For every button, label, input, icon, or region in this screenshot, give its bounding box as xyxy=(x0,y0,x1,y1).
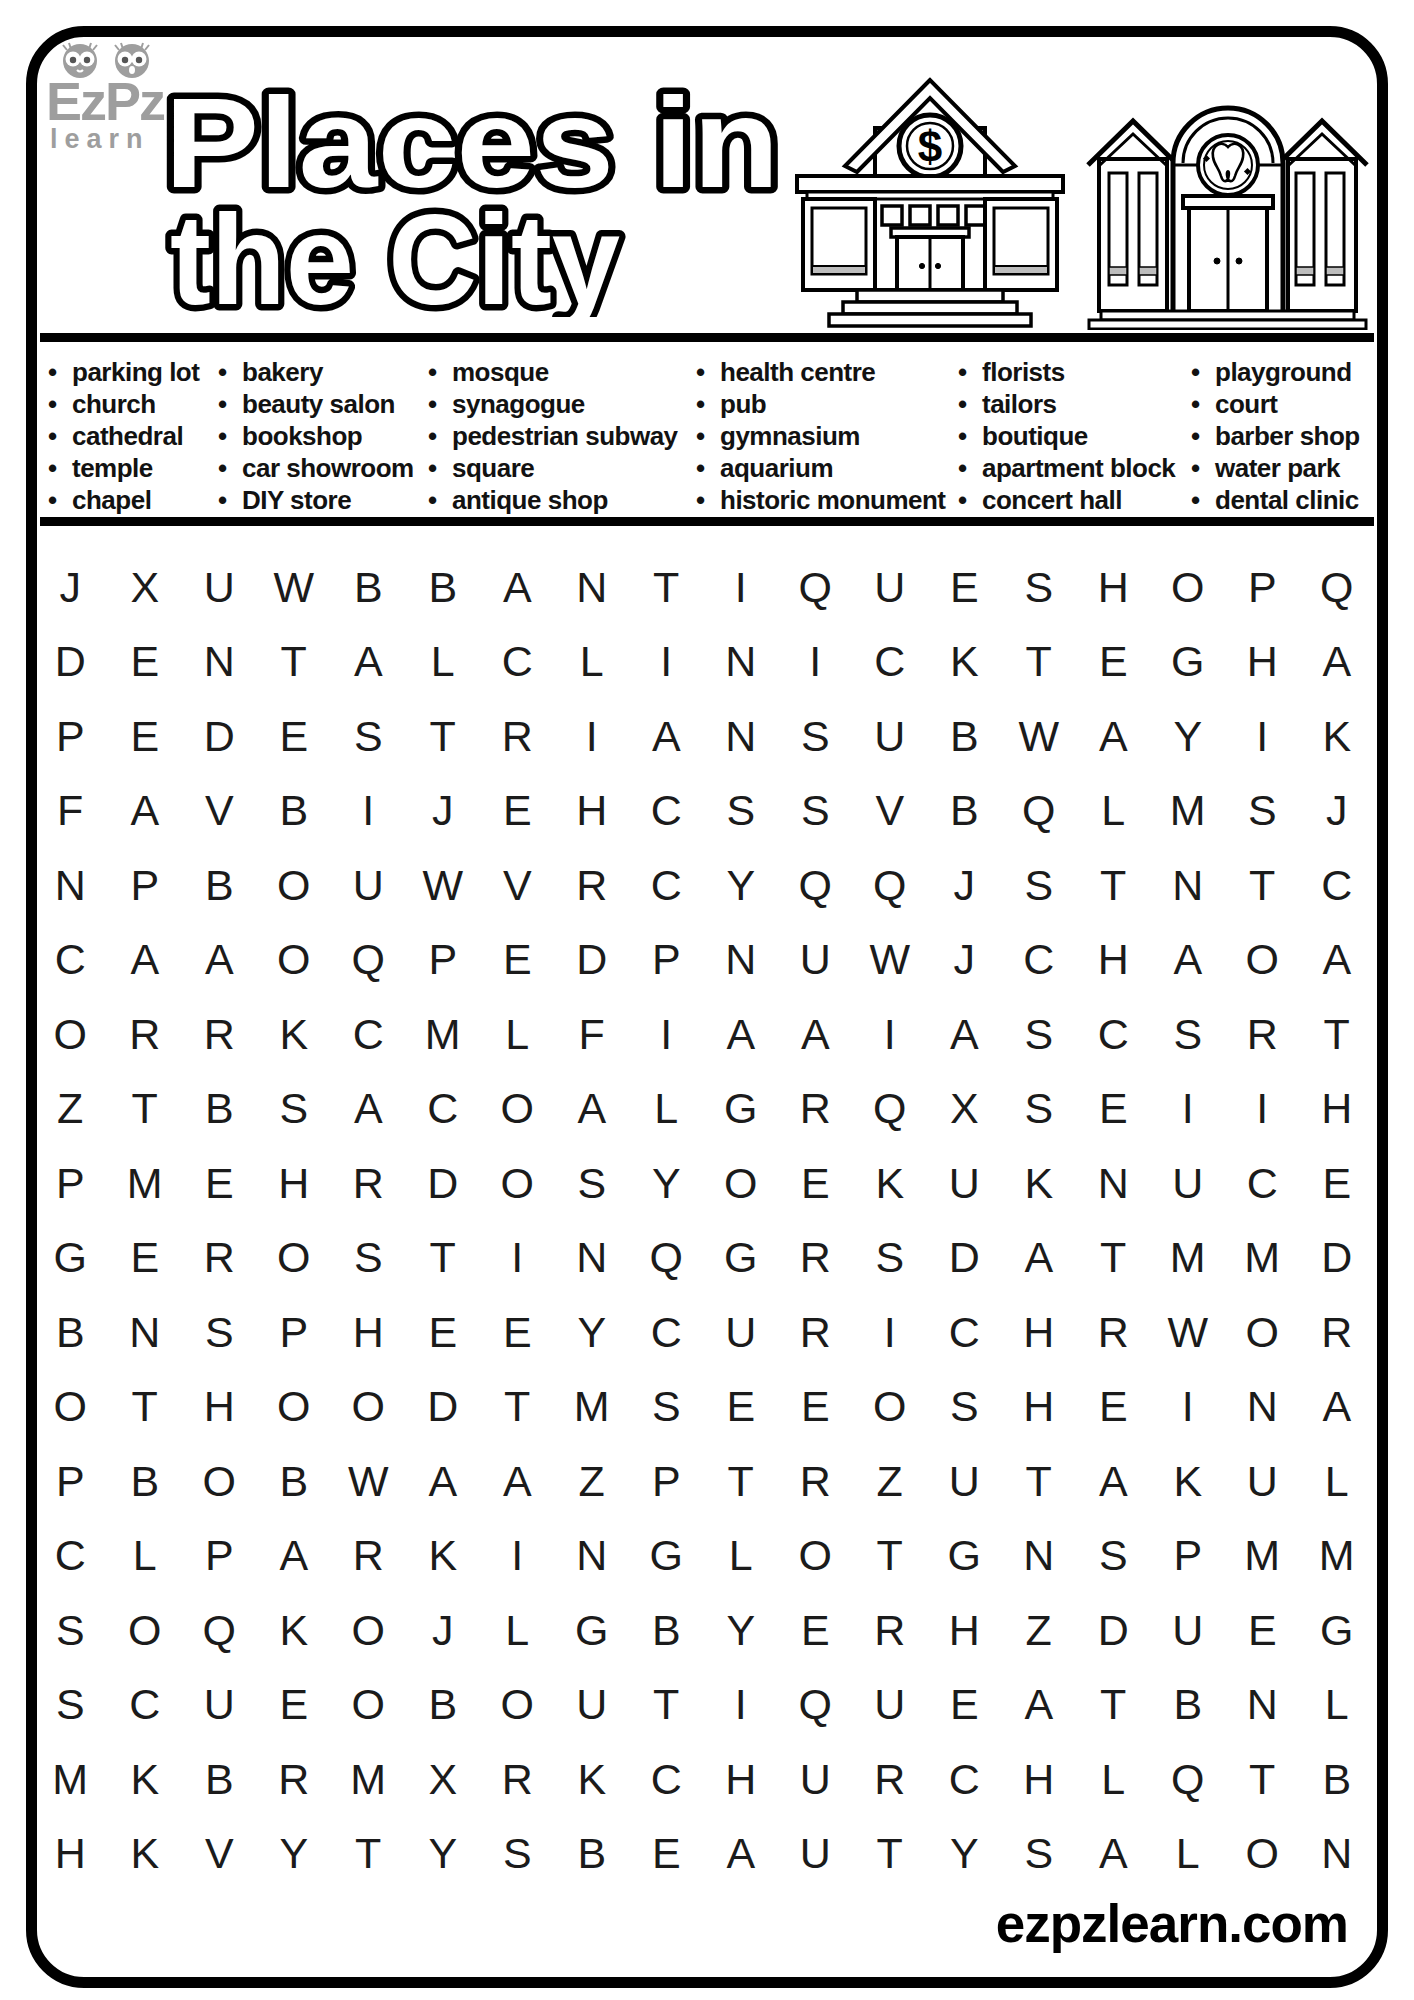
grid-cell: H xyxy=(1076,923,1151,998)
grid-cell: B xyxy=(1300,1742,1375,1817)
grid-cell: O xyxy=(1225,1295,1300,1370)
bullet-icon: • xyxy=(428,485,452,516)
title-line-2: the City xyxy=(170,188,620,317)
word-label: health centre xyxy=(720,357,875,388)
grid-cell: N xyxy=(33,848,108,923)
bullet-icon: • xyxy=(958,453,982,484)
page-title: Places in the City xyxy=(135,22,835,317)
grid-cell: D xyxy=(1300,1221,1375,1296)
grid-cell: R xyxy=(778,1295,853,1370)
grid-cell: I xyxy=(555,699,630,774)
grid-cell: H xyxy=(33,1817,108,1892)
grid-cell: M xyxy=(1225,1221,1300,1296)
grid-cell: U xyxy=(1151,1146,1226,1221)
grid-cell: G xyxy=(33,1221,108,1296)
word-label: aquarium xyxy=(720,453,833,484)
grid-cell: P xyxy=(629,923,704,998)
grid-cell: C xyxy=(927,1742,1002,1817)
worksheet-page: { "game": "word_search", "title": {"line… xyxy=(0,0,1414,2000)
grid-cell: C xyxy=(331,997,406,1072)
dental-clinic-icon xyxy=(1085,101,1370,330)
grid-cell: C xyxy=(1300,848,1375,923)
grid-cell: Y xyxy=(1151,699,1226,774)
divider-top xyxy=(40,333,1374,342)
grid-cell: E xyxy=(480,774,555,849)
grid-cell: S xyxy=(1002,1072,1077,1147)
grid-cell: S xyxy=(182,1295,257,1370)
grid-cell: N xyxy=(1151,848,1226,923)
grid-cell: K xyxy=(1151,1444,1226,1519)
grid-cell: U xyxy=(1225,1444,1300,1519)
bullet-icon: • xyxy=(48,421,72,452)
grid-cell: H xyxy=(1002,1295,1077,1370)
grid-cell: S xyxy=(1225,774,1300,849)
grid-cell: M xyxy=(1300,1519,1375,1594)
grid-cell: Y xyxy=(704,848,779,923)
grid-cell: Q xyxy=(331,923,406,998)
grid-cell: D xyxy=(406,1370,481,1445)
grid-cell: E xyxy=(778,1146,853,1221)
grid-cell: M xyxy=(108,1146,183,1221)
grid-cell: R xyxy=(778,1221,853,1296)
grid-cell: O xyxy=(1151,550,1226,625)
grid-cell: J xyxy=(927,923,1002,998)
grid-cell: U xyxy=(778,1817,853,1892)
grid-cell: E xyxy=(257,699,332,774)
grid-cell: U xyxy=(853,1668,928,1743)
grid-cell: C xyxy=(629,848,704,923)
grid-cell: T xyxy=(1076,848,1151,923)
grid-cell: M xyxy=(1225,1519,1300,1594)
grid-cell: A xyxy=(1002,1668,1077,1743)
grid-cell: E xyxy=(1076,625,1151,700)
word-item: •court xyxy=(1191,388,1360,420)
grid-cell: R xyxy=(182,1221,257,1296)
grid-cell: B xyxy=(927,774,1002,849)
word-list: •parking lot•church•cathedral•temple•cha… xyxy=(0,356,1414,516)
grid-cell: L xyxy=(480,1593,555,1668)
grid-cell: N xyxy=(704,625,779,700)
grid-cell: N xyxy=(704,699,779,774)
grid-cell: I xyxy=(331,774,406,849)
grid-cell: E xyxy=(480,923,555,998)
grid-cell: R xyxy=(778,1072,853,1147)
grid-cell: O xyxy=(257,848,332,923)
grid-cell: Q xyxy=(1151,1742,1226,1817)
word-label: pedestrian subway xyxy=(452,421,678,452)
grid-cell: U xyxy=(704,1295,779,1370)
bullet-icon: • xyxy=(48,485,72,516)
grid-cell: U xyxy=(1151,1593,1226,1668)
word-list-column: •health centre•pub•gymnasium•aquarium•hi… xyxy=(696,356,946,516)
grid-cell: S xyxy=(331,699,406,774)
grid-cell: D xyxy=(555,923,630,998)
grid-cell: R xyxy=(480,1742,555,1817)
word-item: •synagogue xyxy=(428,388,678,420)
word-item: •concert hall xyxy=(958,484,1175,516)
grid-cell: A xyxy=(480,550,555,625)
grid-cell: G xyxy=(927,1519,1002,1594)
grid-cell: O xyxy=(704,1146,779,1221)
grid-cell: L xyxy=(1300,1444,1375,1519)
bullet-icon: • xyxy=(428,421,452,452)
grid-cell: A xyxy=(331,625,406,700)
grid-cell: T xyxy=(406,1221,481,1296)
grid-cell: S xyxy=(33,1593,108,1668)
grid-cell: G xyxy=(1300,1593,1375,1668)
word-label: boutique xyxy=(982,421,1088,452)
grid-cell: A xyxy=(108,774,183,849)
grid-cell: H xyxy=(331,1295,406,1370)
word-label: gymnasium xyxy=(720,421,860,452)
grid-cell: R xyxy=(182,997,257,1072)
word-item: •florists xyxy=(958,356,1175,388)
grid-cell: Y xyxy=(406,1817,481,1892)
word-label: concert hall xyxy=(982,485,1122,516)
word-label: square xyxy=(452,453,534,484)
grid-cell: C xyxy=(927,1295,1002,1370)
grid-cell: E xyxy=(108,625,183,700)
grid-cell: C xyxy=(1076,997,1151,1072)
grid-cell: I xyxy=(629,625,704,700)
bullet-icon: • xyxy=(218,357,242,388)
grid-cell: W xyxy=(331,1444,406,1519)
word-item: •barber shop xyxy=(1191,420,1360,452)
grid-cell: T xyxy=(1225,848,1300,923)
grid-cell: N xyxy=(1300,1817,1375,1892)
grid-cell: T xyxy=(1076,1668,1151,1743)
grid-cell: N xyxy=(1076,1146,1151,1221)
grid-cell: O xyxy=(778,1519,853,1594)
grid-cell: S xyxy=(555,1146,630,1221)
bullet-icon: • xyxy=(696,357,720,388)
grid-cell: K xyxy=(1300,699,1375,774)
grid-cell: P xyxy=(257,1295,332,1370)
bullet-icon: • xyxy=(958,389,982,420)
word-item: •apartment block xyxy=(958,452,1175,484)
grid-cell: R xyxy=(1076,1295,1151,1370)
grid-cell: H xyxy=(1002,1742,1077,1817)
grid-cell: A xyxy=(108,923,183,998)
grid-cell: V xyxy=(480,848,555,923)
bullet-icon: • xyxy=(1191,357,1215,388)
grid-cell: R xyxy=(853,1593,928,1668)
word-item: •aquarium xyxy=(696,452,946,484)
grid-cell: I xyxy=(704,550,779,625)
grid-cell: P xyxy=(406,923,481,998)
word-list-column: •parking lot•church•cathedral•temple•cha… xyxy=(48,356,199,516)
grid-cell: C xyxy=(480,625,555,700)
grid-cell: I xyxy=(778,625,853,700)
grid-cell: L xyxy=(1076,1742,1151,1817)
word-label: synagogue xyxy=(452,389,585,420)
grid-cell: J xyxy=(406,1593,481,1668)
word-item: •temple xyxy=(48,452,199,484)
grid-cell: M xyxy=(406,997,481,1072)
grid-cell: U xyxy=(927,1444,1002,1519)
grid-cell: I xyxy=(853,997,928,1072)
bullet-icon: • xyxy=(958,357,982,388)
grid-cell: N xyxy=(182,625,257,700)
grid-cell: O xyxy=(480,1146,555,1221)
grid-cell: S xyxy=(629,1370,704,1445)
bullet-icon: • xyxy=(48,389,72,420)
grid-cell: H xyxy=(257,1146,332,1221)
grid-cell: I xyxy=(1225,1072,1300,1147)
grid-cell: A xyxy=(778,997,853,1072)
grid-cell: L xyxy=(480,997,555,1072)
bullet-icon: • xyxy=(428,453,452,484)
bullet-icon: • xyxy=(218,421,242,452)
grid-cell: Z xyxy=(33,1072,108,1147)
grid-cell: H xyxy=(704,1742,779,1817)
grid-cell: M xyxy=(1151,774,1226,849)
grid-cell: Q xyxy=(1002,774,1077,849)
grid-cell: P xyxy=(108,848,183,923)
grid-cell: A xyxy=(555,1072,630,1147)
word-label: court xyxy=(1215,389,1278,420)
grid-cell: T xyxy=(406,699,481,774)
grid-cell: Q xyxy=(1300,550,1375,625)
grid-cell: E xyxy=(108,1221,183,1296)
word-label: church xyxy=(72,389,156,420)
grid-cell: I xyxy=(629,997,704,1072)
grid-cell: N xyxy=(555,1221,630,1296)
grid-cell: J xyxy=(927,848,1002,923)
grid-cell: E xyxy=(108,699,183,774)
grid-cell: K xyxy=(853,1146,928,1221)
grid-cell: B xyxy=(406,1668,481,1743)
grid-cell: Q xyxy=(778,848,853,923)
word-item: •bookshop xyxy=(218,420,414,452)
grid-cell: W xyxy=(257,550,332,625)
grid-cell: A xyxy=(1300,625,1375,700)
bullet-icon: • xyxy=(1191,421,1215,452)
grid-cell: T xyxy=(853,1817,928,1892)
grid-cell: E xyxy=(406,1295,481,1370)
grid-cell: H xyxy=(555,774,630,849)
grid-cell: Z xyxy=(853,1444,928,1519)
grid-cell: S xyxy=(1002,997,1077,1072)
grid-cell: A xyxy=(704,997,779,1072)
grid-cell: I xyxy=(1225,699,1300,774)
grid-cell: A xyxy=(406,1444,481,1519)
word-label: antique shop xyxy=(452,485,608,516)
grid-cell: I xyxy=(1151,1072,1226,1147)
grid-cell: S xyxy=(853,1221,928,1296)
grid-cell: Q xyxy=(778,550,853,625)
word-label: temple xyxy=(72,453,153,484)
grid-cell: Q xyxy=(629,1221,704,1296)
grid-cell: L xyxy=(1300,1668,1375,1743)
word-item: •dental clinic xyxy=(1191,484,1360,516)
word-label: bakery xyxy=(242,357,323,388)
grid-cell: A xyxy=(1076,1444,1151,1519)
grid-cell: O xyxy=(480,1072,555,1147)
grid-cell: E xyxy=(778,1593,853,1668)
grid-cell: C xyxy=(108,1668,183,1743)
grid-cell: E xyxy=(1076,1370,1151,1445)
grid-cell: I xyxy=(704,1668,779,1743)
grid-cell: Z xyxy=(555,1444,630,1519)
grid-cell: S xyxy=(1002,550,1077,625)
grid-cell: C xyxy=(629,1295,704,1370)
grid-cell: S xyxy=(1151,997,1226,1072)
grid-cell: S xyxy=(257,1072,332,1147)
grid-cell: O xyxy=(480,1668,555,1743)
bullet-icon: • xyxy=(696,453,720,484)
grid-cell: R xyxy=(778,1444,853,1519)
grid-cell: I xyxy=(480,1221,555,1296)
grid-cell: W xyxy=(406,848,481,923)
word-label: playground xyxy=(1215,357,1352,388)
grid-cell: B xyxy=(629,1593,704,1668)
grid-cell: W xyxy=(1151,1295,1226,1370)
grid-cell: E xyxy=(704,1370,779,1445)
word-label: water park xyxy=(1215,453,1340,484)
grid-cell: F xyxy=(555,997,630,1072)
grid-cell: C xyxy=(629,1742,704,1817)
word-label: tailors xyxy=(982,389,1057,420)
grid-cell: R xyxy=(108,997,183,1072)
grid-cell: U xyxy=(853,550,928,625)
grid-cell: B xyxy=(182,1072,257,1147)
word-label: parking lot xyxy=(72,357,199,388)
grid-cell: K xyxy=(1002,1146,1077,1221)
word-item: •mosque xyxy=(428,356,678,388)
word-item: •tailors xyxy=(958,388,1175,420)
grid-cell: N xyxy=(704,923,779,998)
grid-cell: K xyxy=(406,1519,481,1594)
word-list-column: •florists•tailors•boutique•apartment blo… xyxy=(958,356,1175,516)
grid-cell: B xyxy=(927,699,1002,774)
grid-cell: P xyxy=(629,1444,704,1519)
word-label: chapel xyxy=(72,485,151,516)
grid-cell: R xyxy=(257,1742,332,1817)
word-label: dental clinic xyxy=(1215,485,1359,516)
grid-cell: G xyxy=(629,1519,704,1594)
grid-cell: F xyxy=(33,774,108,849)
grid-cell: C xyxy=(629,774,704,849)
word-item: •antique shop xyxy=(428,484,678,516)
grid-cell: B xyxy=(257,1444,332,1519)
bullet-icon: • xyxy=(696,421,720,452)
grid-cell: C xyxy=(1225,1146,1300,1221)
grid-cell: G xyxy=(1151,625,1226,700)
grid-cell: D xyxy=(406,1146,481,1221)
bullet-icon: • xyxy=(696,485,720,516)
grid-cell: D xyxy=(1076,1593,1151,1668)
grid-cell: L xyxy=(108,1519,183,1594)
grid-cell: L xyxy=(1151,1817,1226,1892)
bullet-icon: • xyxy=(1191,485,1215,516)
grid-cell: A xyxy=(1076,1817,1151,1892)
grid-cell: B xyxy=(182,1742,257,1817)
grid-cell: O xyxy=(33,997,108,1072)
grid-cell: P xyxy=(33,699,108,774)
grid-cell: O xyxy=(853,1370,928,1445)
divider-bottom xyxy=(40,517,1374,526)
grid-cell: W xyxy=(1002,699,1077,774)
grid-cell: Z xyxy=(1002,1593,1077,1668)
grid-cell: K xyxy=(257,1593,332,1668)
grid-cell: E xyxy=(1225,1593,1300,1668)
grid-cell: M xyxy=(33,1742,108,1817)
grid-cell: B xyxy=(555,1817,630,1892)
grid-cell: T xyxy=(108,1370,183,1445)
grid-cell: L xyxy=(406,625,481,700)
grid-cell: L xyxy=(629,1072,704,1147)
grid-cell: S xyxy=(1002,848,1077,923)
grid-cell: B xyxy=(182,848,257,923)
grid-cell: J xyxy=(406,774,481,849)
grid-cell: N xyxy=(1225,1370,1300,1445)
grid-cell: B xyxy=(108,1444,183,1519)
grid-cell: O xyxy=(331,1370,406,1445)
grid-cell: R xyxy=(1300,1295,1375,1370)
grid-cell: S xyxy=(480,1817,555,1892)
grid-cell: T xyxy=(480,1370,555,1445)
grid-cell: A xyxy=(1151,923,1226,998)
word-label: apartment block xyxy=(982,453,1175,484)
word-item: •beauty salon xyxy=(218,388,414,420)
grid-cell: O xyxy=(108,1593,183,1668)
word-label: pub xyxy=(720,389,766,420)
word-label: DIY store xyxy=(242,485,351,516)
grid-cell: C xyxy=(853,625,928,700)
word-item: •playground xyxy=(1191,356,1360,388)
grid-cell: A xyxy=(1076,699,1151,774)
word-item: •pedestrian subway xyxy=(428,420,678,452)
grid-cell: V xyxy=(853,774,928,849)
bullet-icon: • xyxy=(1191,453,1215,484)
word-item: •bakery xyxy=(218,356,414,388)
word-label: cathedral xyxy=(72,421,183,452)
bullet-icon: • xyxy=(48,453,72,484)
grid-cell: E xyxy=(182,1146,257,1221)
word-list-column: •mosque•synagogue•pedestrian subway•squa… xyxy=(428,356,678,516)
grid-cell: U xyxy=(182,550,257,625)
word-item: •gymnasium xyxy=(696,420,946,452)
grid-cell: O xyxy=(257,923,332,998)
grid-cell: H xyxy=(1002,1370,1077,1445)
grid-cell: O xyxy=(1225,1817,1300,1892)
grid-cell: R xyxy=(555,848,630,923)
grid-cell: J xyxy=(33,550,108,625)
grid-cell: O xyxy=(257,1370,332,1445)
grid-cell: K xyxy=(108,1742,183,1817)
word-item: •car showroom xyxy=(218,452,414,484)
word-item: •pub xyxy=(696,388,946,420)
grid-cell: R xyxy=(1225,997,1300,1072)
grid-cell: Y xyxy=(629,1146,704,1221)
grid-cell: I xyxy=(1151,1370,1226,1445)
grid-cell: A xyxy=(257,1519,332,1594)
grid-cell: E xyxy=(480,1295,555,1370)
word-label: bookshop xyxy=(242,421,362,452)
grid-cell: U xyxy=(778,1742,853,1817)
word-list-column: •playground•court•barber shop•water park… xyxy=(1191,356,1360,516)
grid-cell: O xyxy=(33,1370,108,1445)
grid-cell: O xyxy=(257,1221,332,1296)
grid-cell: N xyxy=(108,1295,183,1370)
grid-cell: A xyxy=(182,923,257,998)
word-label: beauty salon xyxy=(242,389,395,420)
grid-cell: Y xyxy=(927,1817,1002,1892)
grid-cell: S xyxy=(778,699,853,774)
grid-cell: T xyxy=(1076,1221,1151,1296)
grid-cell: P xyxy=(33,1146,108,1221)
